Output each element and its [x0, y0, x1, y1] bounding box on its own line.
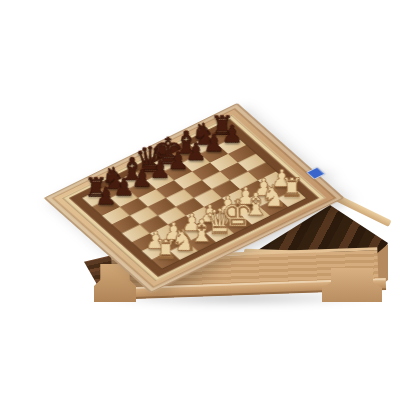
dark-pawn-h7[interactable]: ♟ — [222, 124, 243, 145]
box-foot-right — [322, 268, 382, 302]
product-photo-scene: ♜♞♝♛♚♝♞♜♟♟♟♟♟♟♟♟♟♟♟♟♟♟♟♟♜♞♝♛♚♝♞♜ — [0, 0, 400, 400]
light-rook-h1[interactable]: ♜ — [281, 177, 302, 198]
